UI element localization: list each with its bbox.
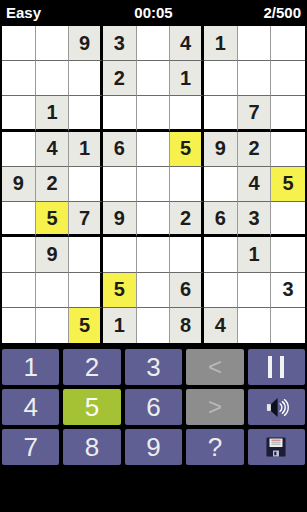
cell-r7c5[interactable] [137, 237, 171, 272]
key-1[interactable]: 1 [2, 349, 59, 385]
cell-r7c7[interactable] [204, 237, 238, 272]
cell-r1c5[interactable] [137, 26, 171, 61]
cell-r7c1[interactable] [2, 237, 36, 272]
cell-r2c8[interactable] [238, 61, 272, 96]
keypad: 123<456>789? [0, 345, 307, 467]
cell-r7c2[interactable]: 9 [36, 237, 70, 272]
cell-r5c6[interactable] [170, 167, 204, 202]
cell-r8c3[interactable] [69, 273, 103, 308]
cell-r1c4[interactable]: 3 [103, 26, 137, 61]
key-9[interactable]: 9 [125, 429, 182, 465]
cell-r5c2[interactable]: 2 [36, 167, 70, 202]
key-6[interactable]: 6 [125, 389, 182, 425]
cell-r9c4[interactable]: 1 [103, 308, 137, 343]
cell-r9c3[interactable]: 5 [69, 308, 103, 343]
key-prev[interactable]: < [186, 349, 243, 385]
cell-r9c7[interactable]: 4 [204, 308, 238, 343]
cell-r8c2[interactable] [36, 273, 70, 308]
cell-r4c8[interactable]: 2 [238, 132, 272, 167]
cell-r3c8[interactable]: 7 [238, 96, 272, 131]
cell-r1c2[interactable] [36, 26, 70, 61]
cell-r7c6[interactable] [170, 237, 204, 272]
key-7[interactable]: 7 [2, 429, 59, 465]
cell-r3c3[interactable] [69, 96, 103, 131]
cell-r1c6[interactable]: 4 [170, 26, 204, 61]
cell-r7c8[interactable]: 1 [238, 237, 272, 272]
cell-r2c4[interactable]: 2 [103, 61, 137, 96]
cell-r4c7[interactable]: 9 [204, 132, 238, 167]
save-icon [264, 435, 288, 459]
difficulty-label: Easy [6, 4, 104, 21]
cell-r8c1[interactable] [2, 273, 36, 308]
cell-r8c7[interactable] [204, 273, 238, 308]
cell-r6c5[interactable] [137, 202, 171, 237]
cell-r4c2[interactable]: 4 [36, 132, 70, 167]
key-5[interactable]: 5 [63, 389, 120, 425]
cell-r5c9[interactable]: 5 [271, 167, 305, 202]
cell-r4c1[interactable] [2, 132, 36, 167]
key-hint[interactable]: ? [186, 429, 243, 465]
cell-r6c2[interactable]: 5 [36, 202, 70, 237]
cell-r4c5[interactable] [137, 132, 171, 167]
cell-r8c4[interactable]: 5 [103, 273, 137, 308]
cell-r6c7[interactable]: 6 [204, 202, 238, 237]
cell-r1c8[interactable] [238, 26, 272, 61]
cell-r6c9[interactable] [271, 202, 305, 237]
puzzle-counter: 2/500 [203, 4, 301, 21]
cell-r9c8[interactable] [238, 308, 272, 343]
key-2[interactable]: 2 [63, 349, 120, 385]
cell-r5c4[interactable] [103, 167, 137, 202]
cell-r4c9[interactable] [271, 132, 305, 167]
key-save[interactable] [248, 429, 305, 465]
cell-r6c1[interactable] [2, 202, 36, 237]
pause-icon [264, 356, 288, 378]
cell-r7c9[interactable] [271, 237, 305, 272]
timer: 00:05 [104, 4, 202, 21]
cell-r8c8[interactable] [238, 273, 272, 308]
cell-r3c6[interactable] [170, 96, 204, 131]
cell-r8c9[interactable]: 3 [271, 273, 305, 308]
cell-r9c5[interactable] [137, 308, 171, 343]
cell-r2c5[interactable] [137, 61, 171, 96]
cell-r4c4[interactable]: 6 [103, 132, 137, 167]
cell-r2c2[interactable] [36, 61, 70, 96]
sudoku-app: Easy 00:05 2/500 93412117416592924557926… [0, 0, 307, 512]
key-8[interactable]: 8 [63, 429, 120, 465]
cell-r9c6[interactable]: 8 [170, 308, 204, 343]
sudoku-board: 934121174165929245579263915635184 [0, 24, 307, 345]
cell-r6c4[interactable]: 9 [103, 202, 137, 237]
key-3[interactable]: 3 [125, 349, 182, 385]
cell-r5c7[interactable] [204, 167, 238, 202]
cell-r2c1[interactable] [2, 61, 36, 96]
cell-r2c6[interactable]: 1 [170, 61, 204, 96]
cell-r5c5[interactable] [137, 167, 171, 202]
cell-r4c3[interactable]: 1 [69, 132, 103, 167]
cell-r9c1[interactable] [2, 308, 36, 343]
cell-r1c3[interactable]: 9 [69, 26, 103, 61]
cell-r1c7[interactable]: 1 [204, 26, 238, 61]
cell-r5c8[interactable]: 4 [238, 167, 272, 202]
cell-r6c3[interactable]: 7 [69, 202, 103, 237]
cell-r1c1[interactable] [2, 26, 36, 61]
status-bar: Easy 00:05 2/500 [0, 0, 307, 24]
key-4[interactable]: 4 [2, 389, 59, 425]
cell-r3c1[interactable] [2, 96, 36, 131]
cell-r2c3[interactable] [69, 61, 103, 96]
cell-r3c2[interactable]: 1 [36, 96, 70, 131]
cell-r8c6[interactable]: 6 [170, 273, 204, 308]
cell-r1c9[interactable] [271, 26, 305, 61]
cell-r8c5[interactable] [137, 273, 171, 308]
cell-r3c7[interactable] [204, 96, 238, 131]
cell-r9c2[interactable] [36, 308, 70, 343]
speaker-icon [263, 394, 290, 421]
cell-r5c3[interactable] [69, 167, 103, 202]
cell-r3c5[interactable] [137, 96, 171, 131]
cell-r2c7[interactable] [204, 61, 238, 96]
key-next[interactable]: > [186, 389, 243, 425]
cell-r7c4[interactable] [103, 237, 137, 272]
cell-r6c8[interactable]: 3 [238, 202, 272, 237]
key-pause[interactable] [248, 349, 305, 385]
cell-r3c4[interactable] [103, 96, 137, 131]
cell-r9c9[interactable] [271, 308, 305, 343]
cell-r5c1[interactable]: 9 [2, 167, 36, 202]
cell-r3c9[interactable] [271, 96, 305, 131]
cell-r2c9[interactable] [271, 61, 305, 96]
key-sound[interactable] [248, 389, 305, 425]
cell-r6c6[interactable]: 2 [170, 202, 204, 237]
cell-r4c6[interactable]: 5 [170, 132, 204, 167]
cell-r7c3[interactable] [69, 237, 103, 272]
